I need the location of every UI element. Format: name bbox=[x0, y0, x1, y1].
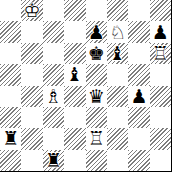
bishop-glyph-outline: ♗ bbox=[43, 86, 64, 107]
black-king-e6[interactable]: ♚ bbox=[86, 43, 107, 64]
black-pawn-h7[interactable]: ♟ bbox=[150, 21, 171, 42]
black-rook-c1[interactable]: ♜ bbox=[43, 150, 64, 171]
square-g1[interactable] bbox=[128, 150, 149, 171]
square-a2[interactable]: ♜ bbox=[0, 128, 21, 149]
square-f6[interactable]: ♝ bbox=[107, 43, 128, 64]
square-c2[interactable] bbox=[43, 128, 64, 149]
queen-glyph-fill: ♛ bbox=[86, 86, 107, 107]
pawn-glyph-fill: ♟ bbox=[150, 21, 171, 42]
black-bishop-d5[interactable]: ♝ bbox=[64, 64, 85, 85]
square-h3[interactable] bbox=[150, 107, 171, 128]
square-d3[interactable] bbox=[64, 107, 85, 128]
square-g6[interactable] bbox=[128, 43, 149, 64]
square-f5[interactable] bbox=[107, 64, 128, 85]
black-bishop-f6[interactable]: ♝ bbox=[107, 43, 128, 64]
rook-glyph-outline: ♖ bbox=[150, 43, 171, 64]
black-pawn-e7[interactable]: ♟ bbox=[86, 21, 107, 42]
white-rook-e2[interactable]: ♜♖ bbox=[86, 128, 107, 149]
bishop-glyph-fill: ♝ bbox=[107, 43, 128, 64]
square-e3[interactable] bbox=[86, 107, 107, 128]
square-b8[interactable]: ♚♔ bbox=[21, 0, 42, 21]
square-d8[interactable] bbox=[64, 0, 85, 21]
square-f7[interactable]: ♞♘ bbox=[107, 21, 128, 42]
square-e2[interactable]: ♜♖ bbox=[86, 128, 107, 149]
square-c4[interactable]: ♝♗ bbox=[43, 86, 64, 107]
white-knight-f7[interactable]: ♞♘ bbox=[107, 21, 128, 42]
square-b4[interactable] bbox=[21, 86, 42, 107]
white-bishop-c4[interactable]: ♝♗ bbox=[43, 86, 64, 107]
square-e6[interactable]: ♚ bbox=[86, 43, 107, 64]
square-d7[interactable] bbox=[64, 21, 85, 42]
square-g4[interactable]: ♟ bbox=[128, 86, 149, 107]
rook-glyph-fill: ♜ bbox=[0, 128, 21, 149]
square-e7[interactable]: ♟ bbox=[86, 21, 107, 42]
square-a6[interactable] bbox=[0, 43, 21, 64]
square-a3[interactable] bbox=[0, 107, 21, 128]
pawn-glyph-fill: ♟ bbox=[128, 86, 149, 107]
square-h7[interactable]: ♟ bbox=[150, 21, 171, 42]
black-pawn-g4[interactable]: ♟ bbox=[128, 86, 149, 107]
bishop-glyph-fill: ♝ bbox=[64, 64, 85, 85]
square-h6[interactable]: ♜♖ bbox=[150, 43, 171, 64]
square-d5[interactable]: ♝ bbox=[64, 64, 85, 85]
chess-diagram: ♚♔♟♞♘♟♚♝♜♖♝♝♗♛♟♜♜♖♜ bbox=[0, 0, 172, 172]
pawn-glyph-fill: ♟ bbox=[86, 21, 107, 42]
chess-board: ♚♔♟♞♘♟♚♝♜♖♝♝♗♛♟♜♜♖♜ bbox=[0, 0, 172, 172]
square-c5[interactable] bbox=[43, 64, 64, 85]
square-c8[interactable] bbox=[43, 0, 64, 21]
square-f2[interactable] bbox=[107, 128, 128, 149]
square-b6[interactable] bbox=[21, 43, 42, 64]
white-king-b8[interactable]: ♚♔ bbox=[21, 0, 42, 21]
square-a8[interactable] bbox=[0, 0, 21, 21]
white-rook-h6[interactable]: ♜♖ bbox=[150, 43, 171, 64]
square-g8[interactable] bbox=[128, 0, 149, 21]
square-f8[interactable] bbox=[107, 0, 128, 21]
square-h8[interactable] bbox=[150, 0, 171, 21]
square-b5[interactable] bbox=[21, 64, 42, 85]
square-c6[interactable] bbox=[43, 43, 64, 64]
square-b7[interactable] bbox=[21, 21, 42, 42]
square-h5[interactable] bbox=[150, 64, 171, 85]
square-e4[interactable]: ♛ bbox=[86, 86, 107, 107]
square-g7[interactable] bbox=[128, 21, 149, 42]
square-h4[interactable] bbox=[150, 86, 171, 107]
black-rook-a2[interactable]: ♜ bbox=[0, 128, 21, 149]
king-glyph-fill: ♚ bbox=[86, 43, 107, 64]
knight-glyph-outline: ♘ bbox=[107, 21, 128, 42]
square-e8[interactable] bbox=[86, 0, 107, 21]
square-d6[interactable] bbox=[64, 43, 85, 64]
square-h1[interactable] bbox=[150, 150, 171, 171]
square-c1[interactable]: ♜ bbox=[43, 150, 64, 171]
square-e5[interactable] bbox=[86, 64, 107, 85]
square-d2[interactable] bbox=[64, 128, 85, 149]
square-a5[interactable] bbox=[0, 64, 21, 85]
square-b3[interactable] bbox=[21, 107, 42, 128]
square-g5[interactable] bbox=[128, 64, 149, 85]
square-f3[interactable] bbox=[107, 107, 128, 128]
square-c3[interactable] bbox=[43, 107, 64, 128]
square-f4[interactable] bbox=[107, 86, 128, 107]
square-g3[interactable] bbox=[128, 107, 149, 128]
square-a1[interactable] bbox=[0, 150, 21, 171]
rook-glyph-outline: ♖ bbox=[86, 128, 107, 149]
square-c7[interactable] bbox=[43, 21, 64, 42]
king-glyph-outline: ♔ bbox=[21, 0, 42, 21]
square-f1[interactable] bbox=[107, 150, 128, 171]
square-d4[interactable] bbox=[64, 86, 85, 107]
square-g2[interactable] bbox=[128, 128, 149, 149]
square-a4[interactable] bbox=[0, 86, 21, 107]
square-b1[interactable] bbox=[21, 150, 42, 171]
square-a7[interactable] bbox=[0, 21, 21, 42]
square-e1[interactable] bbox=[86, 150, 107, 171]
rook-glyph-fill: ♜ bbox=[43, 150, 64, 171]
square-d1[interactable] bbox=[64, 150, 85, 171]
black-queen-e4[interactable]: ♛ bbox=[86, 86, 107, 107]
square-b2[interactable] bbox=[21, 128, 42, 149]
square-h2[interactable] bbox=[150, 128, 171, 149]
